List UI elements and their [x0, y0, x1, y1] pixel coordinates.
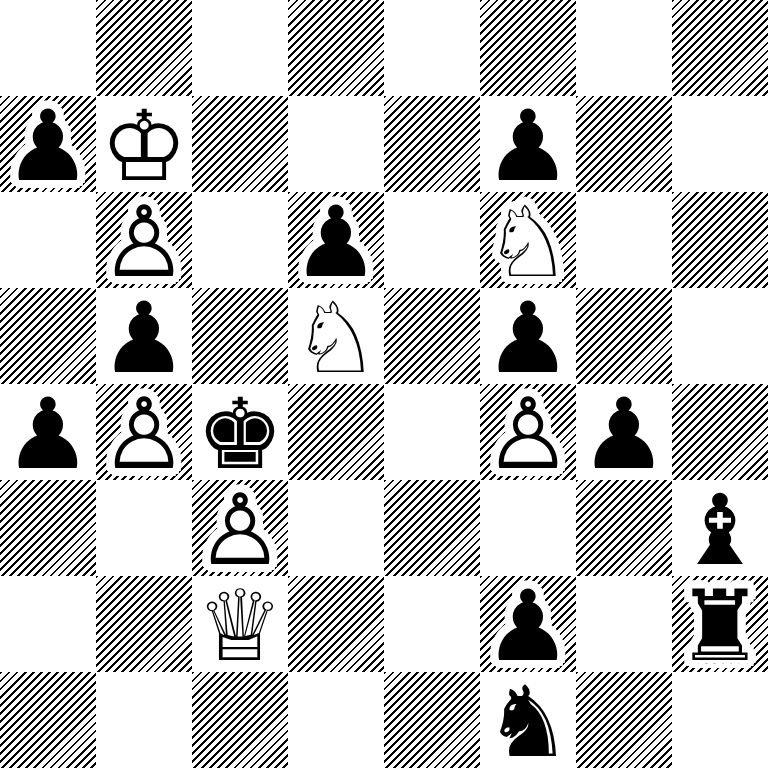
square-f8[interactable]	[480, 0, 576, 96]
square-f7[interactable]: ♟♟	[480, 96, 576, 192]
square-e3[interactable]	[384, 480, 480, 576]
square-f6[interactable]: ♞♘	[480, 192, 576, 288]
square-f5[interactable]: ♟♟	[480, 288, 576, 384]
white-pawn-glyph: ♙	[96, 386, 192, 480]
chess-board: ♟♟♚♔♟♟♟♙♟♟♞♘♟♟♞♘♟♟♟♟♟♙♚♚♟♙♟♟♟♙♝♝♛♕♟♟♜♜♞♞	[0, 0, 768, 768]
square-h2[interactable]: ♜♜	[672, 576, 768, 672]
square-c4[interactable]: ♚♚	[192, 384, 288, 480]
square-d8[interactable]	[288, 0, 384, 96]
square-d5[interactable]: ♞♘	[288, 288, 384, 384]
white-pawn-glyph: ♙	[96, 194, 192, 288]
square-h7[interactable]	[672, 96, 768, 192]
square-b5[interactable]: ♟♟	[96, 288, 192, 384]
square-a8[interactable]	[0, 0, 96, 96]
square-f3[interactable]	[480, 480, 576, 576]
white-queen-glyph: ♕	[192, 578, 288, 672]
square-a1[interactable]	[0, 672, 96, 768]
white-pawn[interactable]: ♟♙	[480, 384, 576, 480]
square-h1[interactable]	[672, 672, 768, 768]
square-d1[interactable]	[288, 672, 384, 768]
square-c7[interactable]	[192, 96, 288, 192]
square-d3[interactable]	[288, 480, 384, 576]
square-a5[interactable]	[0, 288, 96, 384]
white-knight-glyph: ♘	[288, 290, 384, 384]
square-h3[interactable]: ♝♝	[672, 480, 768, 576]
square-e1[interactable]	[384, 672, 480, 768]
white-pawn-glyph: ♙	[480, 386, 576, 480]
square-g4[interactable]: ♟♟	[576, 384, 672, 480]
black-pawn[interactable]: ♟♟	[576, 384, 672, 480]
square-c1[interactable]	[192, 672, 288, 768]
white-pawn[interactable]: ♟♙	[192, 480, 288, 576]
square-e7[interactable]	[384, 96, 480, 192]
square-a4[interactable]: ♟♟	[0, 384, 96, 480]
white-king[interactable]: ♚♔	[96, 96, 192, 192]
square-d7[interactable]	[288, 96, 384, 192]
square-b7[interactable]: ♚♔	[96, 96, 192, 192]
black-bishop[interactable]: ♝♝	[672, 480, 768, 576]
square-h5[interactable]	[672, 288, 768, 384]
black-rook-glyph: ♜	[672, 578, 768, 672]
square-c8[interactable]	[192, 0, 288, 96]
square-c2[interactable]: ♛♕	[192, 576, 288, 672]
black-bishop-glyph: ♝	[672, 482, 768, 576]
square-g2[interactable]	[576, 576, 672, 672]
square-b6[interactable]: ♟♙	[96, 192, 192, 288]
black-knight[interactable]: ♞♞	[480, 672, 576, 768]
black-pawn-glyph: ♟	[0, 98, 96, 192]
black-pawn[interactable]: ♟♟	[480, 576, 576, 672]
black-knight-glyph: ♞	[480, 674, 576, 768]
black-pawn-glyph: ♟	[576, 386, 672, 480]
square-h4[interactable]	[672, 384, 768, 480]
square-g1[interactable]	[576, 672, 672, 768]
square-b8[interactable]	[96, 0, 192, 96]
black-pawn[interactable]: ♟♟	[96, 288, 192, 384]
black-pawn-glyph: ♟	[480, 290, 576, 384]
square-e4[interactable]	[384, 384, 480, 480]
square-b2[interactable]	[96, 576, 192, 672]
white-pawn-glyph: ♙	[192, 482, 288, 576]
black-rook[interactable]: ♜♜	[672, 576, 768, 672]
black-king[interactable]: ♚♚	[192, 384, 288, 480]
black-pawn[interactable]: ♟♟	[480, 288, 576, 384]
black-pawn[interactable]: ♟♟	[0, 384, 96, 480]
black-pawn-glyph: ♟	[480, 578, 576, 672]
square-e2[interactable]	[384, 576, 480, 672]
square-g8[interactable]	[576, 0, 672, 96]
square-e8[interactable]	[384, 0, 480, 96]
black-pawn[interactable]: ♟♟	[0, 96, 96, 192]
square-g3[interactable]	[576, 480, 672, 576]
square-d4[interactable]	[288, 384, 384, 480]
square-a7[interactable]: ♟♟	[0, 96, 96, 192]
white-pawn[interactable]: ♟♙	[96, 192, 192, 288]
square-c5[interactable]	[192, 288, 288, 384]
square-c6[interactable]	[192, 192, 288, 288]
square-f2[interactable]: ♟♟	[480, 576, 576, 672]
square-h8[interactable]	[672, 0, 768, 96]
white-knight-glyph: ♘	[480, 194, 576, 288]
square-d2[interactable]	[288, 576, 384, 672]
black-pawn-glyph: ♟	[0, 386, 96, 480]
white-pawn[interactable]: ♟♙	[96, 384, 192, 480]
white-king-glyph: ♔	[96, 98, 192, 192]
square-e5[interactable]	[384, 288, 480, 384]
square-e6[interactable]	[384, 192, 480, 288]
square-a3[interactable]	[0, 480, 96, 576]
black-pawn-glyph: ♟	[288, 194, 384, 288]
black-pawn[interactable]: ♟♟	[288, 192, 384, 288]
white-knight[interactable]: ♞♘	[480, 192, 576, 288]
black-king-glyph: ♚	[192, 386, 288, 480]
square-g5[interactable]	[576, 288, 672, 384]
square-h6[interactable]	[672, 192, 768, 288]
black-pawn[interactable]: ♟♟	[480, 96, 576, 192]
square-b4[interactable]: ♟♙	[96, 384, 192, 480]
square-g6[interactable]	[576, 192, 672, 288]
black-pawn-glyph: ♟	[480, 98, 576, 192]
square-a6[interactable]	[0, 192, 96, 288]
square-g7[interactable]	[576, 96, 672, 192]
square-c3[interactable]: ♟♙	[192, 480, 288, 576]
square-f4[interactable]: ♟♙	[480, 384, 576, 480]
square-b1[interactable]	[96, 672, 192, 768]
square-f1[interactable]: ♞♞	[480, 672, 576, 768]
white-queen[interactable]: ♛♕	[192, 576, 288, 672]
square-d6[interactable]: ♟♟	[288, 192, 384, 288]
square-a2[interactable]	[0, 576, 96, 672]
square-b3[interactable]	[96, 480, 192, 576]
black-pawn-glyph: ♟	[96, 290, 192, 384]
white-knight[interactable]: ♞♘	[288, 288, 384, 384]
